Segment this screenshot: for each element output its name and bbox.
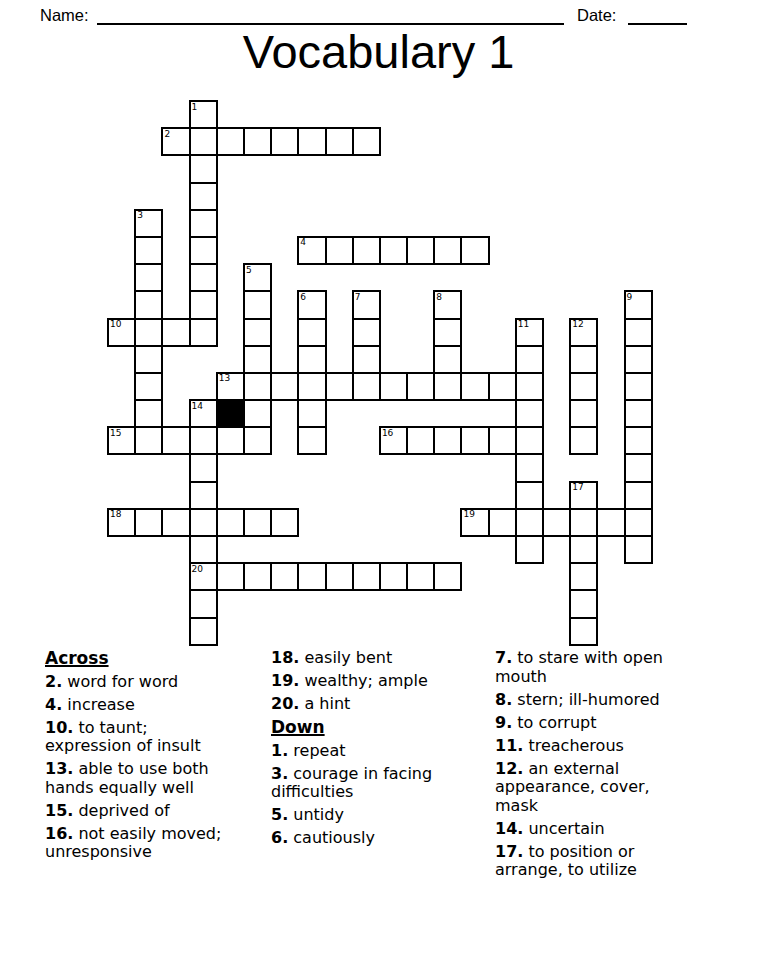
grid-cell[interactable]: 10 [108, 319, 135, 346]
grid-cell[interactable] [135, 346, 162, 373]
clue-number: 6 [300, 292, 306, 302]
grid-cell[interactable] [271, 563, 298, 590]
clue-number: 9 [627, 292, 633, 302]
clue-20: 20. a hint [271, 695, 453, 714]
grid-cell[interactable] [244, 128, 271, 155]
clue-number: 18 [110, 509, 121, 519]
clue-6: 6. cautiously [271, 829, 453, 848]
grid-cell[interactable]: 13 [217, 373, 244, 400]
grid-cell[interactable] [244, 563, 271, 590]
grid-cell[interactable] [461, 373, 488, 400]
grid-cell[interactable] [570, 400, 597, 427]
clue-number: 3 [137, 210, 143, 220]
clue-number: 8 [436, 292, 442, 302]
grid-cell[interactable] [190, 618, 217, 645]
grid-cell[interactable] [135, 373, 162, 400]
grid-cell[interactable] [217, 509, 244, 536]
grid-cell[interactable] [217, 427, 244, 454]
grid-cell[interactable]: 4 [298, 237, 325, 264]
grid-cell[interactable] [353, 237, 380, 264]
grid-cell[interactable] [516, 536, 543, 563]
grid-cell[interactable]: 12 [570, 319, 597, 346]
clue-number: 12 [572, 319, 583, 329]
grid-cell[interactable] [190, 183, 217, 210]
grid-cell[interactable] [244, 509, 271, 536]
clue-number: 20 [192, 564, 203, 574]
grid-cell[interactable] [135, 319, 162, 346]
clue-13: 13. able to use both hands equally well [45, 760, 227, 797]
grid-cell[interactable] [570, 427, 597, 454]
grid-cell[interactable] [135, 264, 162, 291]
grid-cell[interactable] [570, 618, 597, 645]
clue-number: 17 [572, 482, 583, 492]
grid-cell[interactable] [516, 400, 543, 427]
grid-cell[interactable] [461, 427, 488, 454]
grid-cell[interactable] [353, 128, 380, 155]
grid-cell[interactable]: 18 [108, 509, 135, 536]
crossword-grid: 1234567891011121314151617181920 [108, 101, 652, 645]
grid-cell[interactable] [625, 536, 652, 563]
clue-8: 8. stern; ill-humored [495, 691, 681, 710]
grid-cell[interactable] [407, 563, 434, 590]
clue-15: 15. deprived of [45, 802, 227, 821]
grid-cell[interactable] [407, 373, 434, 400]
grid-cell[interactable] [489, 427, 516, 454]
grid-cell[interactable] [570, 590, 597, 617]
clue-number: 7 [355, 292, 361, 302]
clue-10: 10. to taunt; expression of insult [45, 719, 227, 756]
clue-number: 1 [192, 102, 198, 112]
grid-cell[interactable] [516, 509, 543, 536]
grid-cell[interactable] [135, 427, 162, 454]
grid-cell[interactable] [326, 563, 353, 590]
clue-11: 11. treacherous [495, 737, 681, 756]
clue-number: 11 [518, 319, 529, 329]
grid-cell[interactable] [244, 291, 271, 318]
grid-cell[interactable] [190, 590, 217, 617]
grid-cell[interactable] [190, 264, 217, 291]
grid-cell[interactable]: 8 [434, 291, 461, 318]
grid-cell[interactable] [380, 563, 407, 590]
grid-cell[interactable] [190, 319, 217, 346]
clue-16: 16. not easily moved; unresponsive [45, 825, 227, 862]
grid-cell[interactable] [625, 319, 652, 346]
grid-cell[interactable] [298, 563, 325, 590]
clue-12: 12. an external appearance, cover, mask [495, 760, 681, 816]
clue-9: 9. to corrupt [495, 714, 681, 733]
grid-cell[interactable] [570, 346, 597, 373]
grid-cell[interactable] [570, 373, 597, 400]
grid-cell[interactable] [625, 509, 652, 536]
grid-cell[interactable] [298, 427, 325, 454]
grid-cell[interactable] [244, 346, 271, 373]
grid-cell[interactable]: 1 [190, 101, 217, 128]
grid-cell[interactable]: 3 [135, 210, 162, 237]
grid-cell[interactable] [353, 319, 380, 346]
grid-cell[interactable] [570, 509, 597, 536]
clue-3: 3. courage in facing difficulties [271, 765, 453, 802]
grid-cell[interactable] [625, 427, 652, 454]
grid-cell[interactable]: 2 [162, 128, 189, 155]
grid-cell[interactable] [434, 237, 461, 264]
clue-number: 16 [382, 428, 393, 438]
name-blank-line[interactable] [97, 7, 564, 25]
grid-cell[interactable] [190, 427, 217, 454]
grid-cell[interactable] [135, 291, 162, 318]
grid-cell[interactable] [298, 319, 325, 346]
clue-18: 18. easily bent [271, 649, 453, 668]
grid-cell[interactable] [461, 237, 488, 264]
grid-cell[interactable] [516, 346, 543, 373]
grid-cell[interactable] [326, 373, 353, 400]
grid-cell[interactable]: 15 [108, 427, 135, 454]
grid-cell[interactable] [597, 509, 624, 536]
clue-number: 13 [219, 373, 230, 383]
clue-number: 5 [246, 265, 252, 275]
grid-cell[interactable]: 17 [570, 482, 597, 509]
grid-cell[interactable] [190, 128, 217, 155]
grid-cell[interactable] [298, 400, 325, 427]
grid-cell[interactable] [516, 427, 543, 454]
grid-cell[interactable] [190, 237, 217, 264]
grid-cell[interactable] [135, 400, 162, 427]
clue-column-1: Across2. word for word4. increase10. to … [45, 649, 227, 866]
grid-cell[interactable]: 9 [625, 291, 652, 318]
grid-cell[interactable] [516, 482, 543, 509]
clue-1: 1. repeat [271, 742, 453, 761]
grid-cell[interactable] [298, 346, 325, 373]
grid-cell[interactable] [162, 427, 189, 454]
clue-number: 19 [463, 509, 474, 519]
grid-cell[interactable]: 19 [461, 509, 488, 536]
clue-7: 7. to stare with open mouth [495, 649, 681, 686]
grid-cell[interactable] [434, 346, 461, 373]
grid-cell[interactable] [326, 237, 353, 264]
grid-cell[interactable] [190, 482, 217, 509]
grid-cell[interactable] [434, 373, 461, 400]
grid-cell[interactable] [407, 237, 434, 264]
clue-19: 19. wealthy; ample [271, 672, 453, 691]
grid-cell[interactable] [244, 400, 271, 427]
page-title: Vocabulary 1 [0, 26, 757, 78]
grid-cell[interactable] [516, 454, 543, 481]
clue-number: 15 [110, 428, 121, 438]
grid-cell[interactable] [217, 128, 244, 155]
date-label: Date: [577, 6, 616, 25]
grid-cell[interactable] [244, 373, 271, 400]
grid-cell[interactable] [570, 563, 597, 590]
grid-cell[interactable] [217, 563, 244, 590]
grid-cell[interactable] [190, 291, 217, 318]
clue-5: 5. untidy [271, 806, 453, 825]
grid-cell[interactable]: 7 [353, 291, 380, 318]
grid-cell[interactable] [271, 128, 298, 155]
grid-cell[interactable] [434, 319, 461, 346]
grid-cell[interactable]: 14 [190, 400, 217, 427]
grid-cell[interactable] [244, 319, 271, 346]
grid-cell[interactable] [244, 427, 271, 454]
grid-cell[interactable] [271, 373, 298, 400]
grid-cell[interactable] [434, 563, 461, 590]
grid-cell[interactable] [162, 509, 189, 536]
clue-number: 4 [300, 237, 306, 247]
grid-cell[interactable] [353, 373, 380, 400]
date-blank-line[interactable] [628, 7, 687, 25]
grid-cell[interactable] [625, 454, 652, 481]
grid-cell[interactable] [625, 373, 652, 400]
grid-cell[interactable] [543, 509, 570, 536]
clue-number: 14 [192, 401, 203, 411]
clue-4: 4. increase [45, 696, 227, 715]
grid-cell[interactable] [625, 482, 652, 509]
grid-cell[interactable] [407, 427, 434, 454]
name-label: Name: [40, 6, 89, 25]
grid-cell[interactable] [489, 509, 516, 536]
clue-17: 17. to position or arrange, to utilize [495, 843, 681, 880]
grid-cell[interactable] [190, 155, 217, 182]
grid-cell[interactable]: 11 [516, 319, 543, 346]
grid-cell[interactable] [190, 210, 217, 237]
grid-cell[interactable] [353, 346, 380, 373]
grid-cell[interactable] [190, 454, 217, 481]
grid-cell[interactable] [298, 373, 325, 400]
grid-cell[interactable]: 20 [190, 563, 217, 590]
grid-cell[interactable]: 6 [298, 291, 325, 318]
grid-cell[interactable] [380, 373, 407, 400]
grid-cell[interactable] [190, 536, 217, 563]
grid-cell[interactable] [380, 237, 407, 264]
clue-14: 14. uncertain [495, 820, 681, 839]
grid-cell[interactable] [162, 319, 189, 346]
clue-number: 10 [110, 319, 121, 329]
grid-cell[interactable] [353, 563, 380, 590]
grid-cell[interactable] [326, 128, 353, 155]
grid-cell[interactable] [489, 373, 516, 400]
grid-cell[interactable] [625, 400, 652, 427]
clue-2: 2. word for word [45, 673, 227, 692]
grid-cell[interactable] [135, 237, 162, 264]
grid-cell[interactable] [625, 346, 652, 373]
clue-number: 2 [164, 129, 170, 139]
grid-cell[interactable] [434, 427, 461, 454]
grid-cell[interactable] [190, 509, 217, 536]
grid-cell[interactable] [135, 509, 162, 536]
grid-cell[interactable] [271, 509, 298, 536]
clue-column-2: 18. easily bent19. wealthy; ample20. a h… [271, 649, 453, 852]
grid-cell[interactable]: 5 [244, 264, 271, 291]
grid-cell[interactable] [570, 536, 597, 563]
grid-cell[interactable] [516, 373, 543, 400]
down-header: Down [271, 718, 453, 737]
across-header: Across [45, 649, 227, 668]
clue-column-3: 7. to stare with open mouth8. stern; ill… [495, 649, 681, 884]
grid-cell[interactable] [298, 128, 325, 155]
grid-cell[interactable]: 16 [380, 427, 407, 454]
blocked-cell [217, 400, 244, 427]
